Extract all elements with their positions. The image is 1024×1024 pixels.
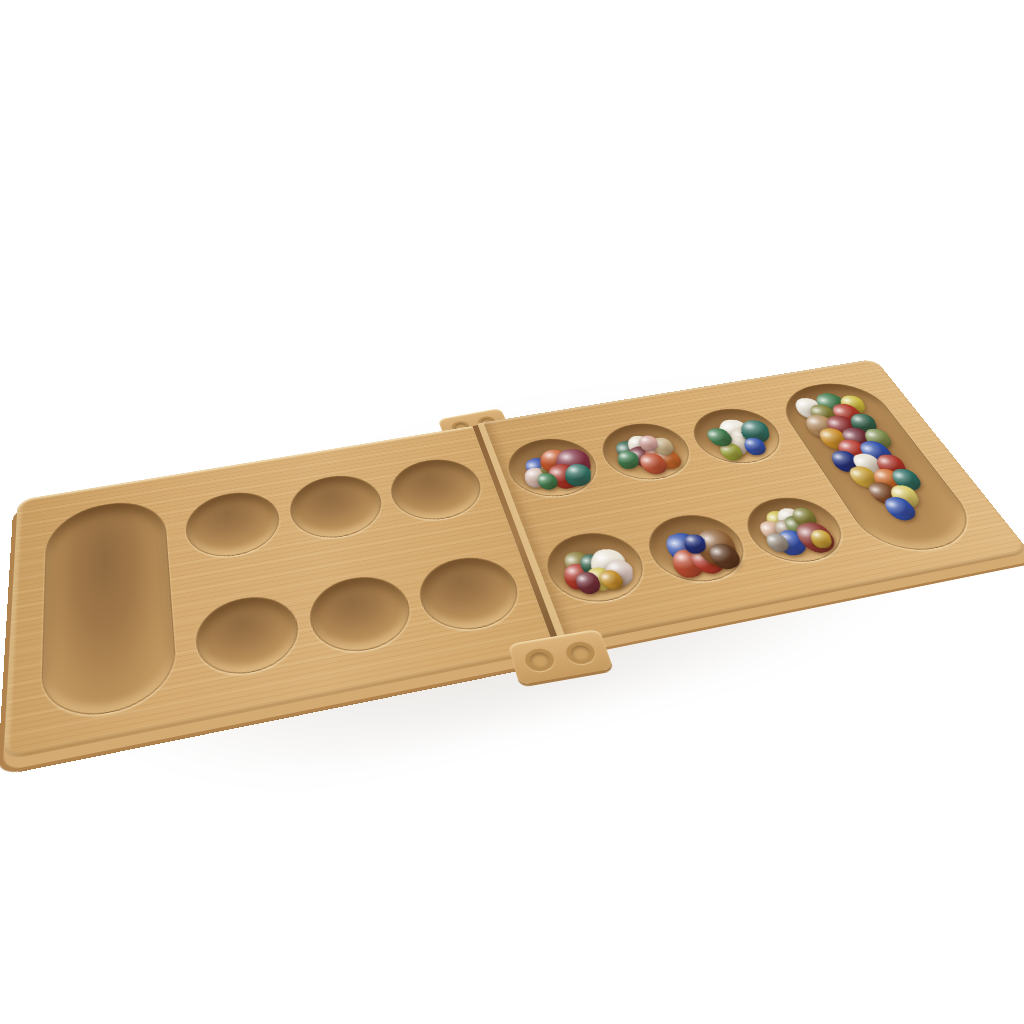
left-store-area [34,488,185,735]
pit-right-bottom-1[interactable] [536,526,655,609]
pit-stones [548,533,644,600]
hinge-pin-icon [563,640,598,666]
pit-left-bottom-1[interactable] [193,589,304,682]
pit-left-top-1[interactable] [183,486,284,563]
pit-right-top-2[interactable] [592,417,702,485]
pit-left-bottom-2[interactable] [304,569,418,659]
hinge-pin-icon [523,647,558,674]
pit-stones [193,493,274,555]
pit-left-top-3[interactable] [384,453,489,526]
pit-stones [203,597,292,672]
left-store-pit [40,495,178,726]
product-photo-scene [0,0,1024,1024]
pit-right-bottom-2[interactable] [636,508,757,589]
pit-stones [602,424,690,479]
left-store-stones [51,502,167,716]
pit-stones [295,476,378,536]
pit-stones [745,498,844,561]
left-pit-grid [182,439,535,702]
pit-stones [394,460,479,519]
pit-stones [648,515,746,580]
pit-stones [509,439,596,495]
pit-stones [422,558,516,628]
pit-right-top-3[interactable] [682,403,793,469]
pit-stones [315,577,407,649]
pit-left-bottom-3[interactable] [411,550,528,637]
pit-stones [692,409,782,462]
pit-left-top-2[interactable] [285,469,388,544]
pit-right-top-1[interactable] [499,433,607,503]
gemstone [565,464,591,487]
